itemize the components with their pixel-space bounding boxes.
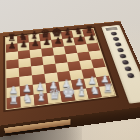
piece-white-knight[interactable]: ♞ [88, 85, 101, 96]
square-e5[interactable] [54, 54, 67, 64]
piece-white-king[interactable]: ♚ [62, 85, 76, 100]
chess-computer-photo: ♜♞♝♛♚♝♞♜♟♟♟♟♟♟♟♟♟♟♟♟♟♟♟♟♜♞♝♛♚♝♞♜ [0, 0, 140, 140]
square-f1[interactable]: ♝ [73, 88, 89, 100]
panel-button-4[interactable] [117, 48, 124, 53]
panel-button-8[interactable] [126, 73, 134, 78]
scene: ♜♞♝♛♚♝♞♜♟♟♟♟♟♟♟♟♟♟♟♟♟♟♟♟♜♞♝♛♚♝♞♜ [0, 0, 140, 140]
panel-button-2[interactable] [112, 37, 119, 41]
chessboard[interactable]: ♜♞♝♛♚♝♞♜♟♟♟♟♟♟♟♟♟♟♟♟♟♟♟♟♜♞♝♛♚♝♞♜ [5, 28, 116, 110]
panel-button-5[interactable] [119, 54, 126, 59]
piece-white-queen[interactable]: ♛ [48, 88, 62, 102]
case-front-face [0, 105, 140, 137]
piece-black-pawn[interactable]: ♟ [41, 38, 52, 47]
square-c4[interactable] [31, 65, 44, 75]
piece-white-rook[interactable]: ♜ [7, 95, 21, 107]
piece-black-pawn[interactable]: ♟ [18, 41, 30, 50]
square-g1[interactable]: ♞ [86, 87, 102, 99]
brand-logo [105, 27, 117, 31]
square-e1[interactable]: ♚ [60, 90, 75, 102]
piece-black-pawn[interactable]: ♟ [6, 42, 18, 51]
square-d5[interactable] [42, 55, 55, 65]
piece-white-bishop[interactable]: ♝ [35, 90, 49, 103]
piece-black-pawn[interactable]: ♟ [29, 39, 41, 48]
piece-black-pawn[interactable]: ♟ [75, 35, 86, 43]
square-e4[interactable] [55, 62, 69, 72]
square-h4[interactable] [91, 58, 105, 68]
square-b1[interactable]: ♞ [20, 95, 34, 107]
piece-white-rook[interactable]: ♜ [101, 83, 114, 94]
panel-button-7[interactable] [124, 66, 132, 71]
square-a1[interactable]: ♜ [7, 96, 21, 109]
piece-black-pawn[interactable]: ♟ [64, 36, 75, 45]
piece-black-pawn[interactable]: ♟ [86, 34, 97, 42]
panel-button-column [103, 31, 140, 79]
piece-black-pawn[interactable]: ♟ [52, 37, 63, 46]
panel-button-1[interactable] [110, 32, 117, 36]
square-c1[interactable]: ♝ [34, 93, 49, 105]
panel-button-6[interactable] [121, 60, 129, 65]
panel-button-3[interactable] [114, 42, 121, 46]
wooden-case: ♜♞♝♛♚♝♞♜♟♟♟♟♟♟♟♟♟♟♟♟♟♟♟♟♜♞♝♛♚♝♞♜ [0, 21, 140, 126]
piece-white-knight[interactable]: ♞ [21, 93, 35, 104]
piece-white-bishop[interactable]: ♝ [75, 85, 88, 97]
square-b6[interactable] [18, 50, 30, 59]
square-d1[interactable]: ♛ [47, 92, 62, 104]
